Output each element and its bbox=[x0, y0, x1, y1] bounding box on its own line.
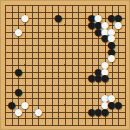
point-C13[interactable] bbox=[15, 42, 22, 49]
point-P5[interactable] bbox=[95, 95, 102, 102]
point-E18[interactable] bbox=[28, 8, 35, 15]
point-A18[interactable] bbox=[2, 8, 9, 15]
point-F7[interactable] bbox=[35, 82, 42, 89]
point-H7[interactable] bbox=[48, 82, 55, 89]
point-D3[interactable] bbox=[22, 108, 29, 115]
point-F14[interactable] bbox=[35, 35, 42, 42]
point-T3[interactable] bbox=[122, 108, 129, 115]
point-L18[interactable] bbox=[68, 8, 75, 15]
point-A19[interactable] bbox=[2, 2, 9, 9]
point-B10[interactable] bbox=[8, 62, 15, 69]
point-N8[interactable] bbox=[82, 75, 89, 82]
point-C3[interactable]: ● bbox=[15, 108, 22, 115]
point-T17[interactable] bbox=[122, 15, 129, 22]
point-S3[interactable] bbox=[115, 108, 122, 115]
point-G7[interactable] bbox=[42, 82, 49, 89]
point-K13[interactable] bbox=[62, 42, 69, 49]
point-H18[interactable] bbox=[48, 8, 55, 15]
point-N18[interactable] bbox=[82, 8, 89, 15]
point-O17[interactable]: ● bbox=[88, 15, 95, 22]
point-S11[interactable] bbox=[115, 55, 122, 62]
point-M14[interactable] bbox=[75, 35, 82, 42]
point-A9[interactable] bbox=[2, 68, 9, 75]
point-N9[interactable] bbox=[82, 68, 89, 75]
point-C4[interactable] bbox=[15, 102, 22, 109]
point-F8[interactable] bbox=[35, 75, 42, 82]
point-T6[interactable] bbox=[122, 88, 129, 95]
point-K15[interactable] bbox=[62, 28, 69, 35]
point-R17[interactable]: ● bbox=[108, 15, 115, 22]
point-T9[interactable] bbox=[122, 68, 129, 75]
point-P10[interactable] bbox=[95, 62, 102, 69]
point-H19[interactable] bbox=[48, 2, 55, 9]
point-P16[interactable]: ● bbox=[95, 22, 102, 29]
point-M16[interactable] bbox=[75, 22, 82, 29]
point-M1[interactable] bbox=[75, 122, 82, 129]
point-D6[interactable] bbox=[22, 88, 29, 95]
point-Q17[interactable] bbox=[102, 15, 109, 22]
point-C10[interactable] bbox=[15, 62, 22, 69]
point-H15[interactable] bbox=[48, 28, 55, 35]
point-E6[interactable] bbox=[28, 88, 35, 95]
point-L10[interactable] bbox=[68, 62, 75, 69]
point-H14[interactable] bbox=[48, 35, 55, 42]
point-P12[interactable] bbox=[95, 48, 102, 55]
point-Q16[interactable]: ● bbox=[102, 22, 109, 29]
point-O16[interactable]: ● bbox=[88, 22, 95, 29]
point-J1[interactable] bbox=[55, 122, 62, 129]
point-A7[interactable] bbox=[2, 82, 9, 89]
point-L16[interactable] bbox=[68, 22, 75, 29]
point-L17[interactable] bbox=[68, 15, 75, 22]
point-D2[interactable] bbox=[22, 115, 29, 122]
point-O13[interactable] bbox=[88, 42, 95, 49]
point-J9[interactable] bbox=[55, 68, 62, 75]
point-J13[interactable] bbox=[55, 42, 62, 49]
point-E15[interactable] bbox=[28, 28, 35, 35]
point-C1[interactable] bbox=[15, 122, 22, 129]
point-H9[interactable] bbox=[48, 68, 55, 75]
point-L6[interactable] bbox=[68, 88, 75, 95]
point-H12[interactable] bbox=[48, 48, 55, 55]
point-M9[interactable] bbox=[75, 68, 82, 75]
point-M7[interactable] bbox=[75, 82, 82, 89]
point-M12[interactable] bbox=[75, 48, 82, 55]
point-N16[interactable] bbox=[82, 22, 89, 29]
point-D17[interactable]: ● bbox=[22, 15, 29, 22]
point-R2[interactable] bbox=[108, 115, 115, 122]
point-Q11[interactable] bbox=[102, 55, 109, 62]
point-K16[interactable] bbox=[62, 22, 69, 29]
point-B8[interactable] bbox=[8, 75, 15, 82]
point-A5[interactable] bbox=[2, 95, 9, 102]
point-K14[interactable] bbox=[62, 35, 69, 42]
point-M8[interactable] bbox=[75, 75, 82, 82]
point-J5[interactable] bbox=[55, 95, 62, 102]
point-T14[interactable] bbox=[122, 35, 129, 42]
point-E10[interactable] bbox=[28, 62, 35, 69]
point-T1[interactable] bbox=[122, 122, 129, 129]
point-E3[interactable] bbox=[28, 108, 35, 115]
point-F6[interactable] bbox=[35, 88, 42, 95]
point-S2[interactable] bbox=[115, 115, 122, 122]
point-F9[interactable] bbox=[35, 68, 42, 75]
point-S7[interactable] bbox=[115, 82, 122, 89]
point-R13[interactable]: ● bbox=[108, 42, 115, 49]
point-G15[interactable] bbox=[42, 28, 49, 35]
point-C17[interactable] bbox=[15, 15, 22, 22]
point-R14[interactable]: ● bbox=[108, 35, 115, 42]
point-N3[interactable] bbox=[82, 108, 89, 115]
point-J3[interactable] bbox=[55, 108, 62, 115]
point-L13[interactable] bbox=[68, 42, 75, 49]
point-C8[interactable] bbox=[15, 75, 22, 82]
point-P3[interactable]: ● bbox=[95, 108, 102, 115]
point-A11[interactable] bbox=[2, 55, 9, 62]
point-T2[interactable] bbox=[122, 115, 129, 122]
point-A14[interactable] bbox=[2, 35, 9, 42]
point-L12[interactable] bbox=[68, 48, 75, 55]
point-D19[interactable] bbox=[22, 2, 29, 9]
point-K10[interactable] bbox=[62, 62, 69, 69]
point-K2[interactable] bbox=[62, 115, 69, 122]
point-N17[interactable] bbox=[82, 15, 89, 22]
point-E5[interactable] bbox=[28, 95, 35, 102]
point-M11[interactable] bbox=[75, 55, 82, 62]
point-J2[interactable] bbox=[55, 115, 62, 122]
point-L1[interactable] bbox=[68, 122, 75, 129]
point-O18[interactable] bbox=[88, 8, 95, 15]
point-Q14[interactable]: ● bbox=[102, 35, 109, 42]
point-G5[interactable] bbox=[42, 95, 49, 102]
point-F19[interactable] bbox=[35, 2, 42, 9]
point-L3[interactable] bbox=[68, 108, 75, 115]
point-O9[interactable] bbox=[88, 68, 95, 75]
point-K12[interactable] bbox=[62, 48, 69, 55]
point-Q5[interactable]: ● bbox=[102, 95, 109, 102]
point-T16[interactable] bbox=[122, 22, 129, 29]
point-K7[interactable] bbox=[62, 82, 69, 89]
point-A13[interactable] bbox=[2, 42, 9, 49]
point-L15[interactable] bbox=[68, 28, 75, 35]
point-H6[interactable] bbox=[48, 88, 55, 95]
point-A16[interactable] bbox=[2, 22, 9, 29]
point-T5[interactable] bbox=[122, 95, 129, 102]
point-O3[interactable]: ● bbox=[88, 108, 95, 115]
point-O14[interactable] bbox=[88, 35, 95, 42]
point-F18[interactable] bbox=[35, 8, 42, 15]
point-C19[interactable] bbox=[15, 2, 22, 9]
point-J6[interactable] bbox=[55, 88, 62, 95]
point-R4[interactable]: ● bbox=[108, 102, 115, 109]
point-S6[interactable] bbox=[115, 88, 122, 95]
point-F17[interactable] bbox=[35, 15, 42, 22]
point-O7[interactable] bbox=[88, 82, 95, 89]
point-A8[interactable] bbox=[2, 75, 9, 82]
point-J15[interactable] bbox=[55, 28, 62, 35]
point-M18[interactable] bbox=[75, 8, 82, 15]
point-E7[interactable] bbox=[28, 82, 35, 89]
point-M2[interactable] bbox=[75, 115, 82, 122]
point-S10[interactable] bbox=[115, 62, 122, 69]
point-E11[interactable] bbox=[28, 55, 35, 62]
point-K3[interactable] bbox=[62, 108, 69, 115]
point-N11[interactable] bbox=[82, 55, 89, 62]
point-J16[interactable] bbox=[55, 22, 62, 29]
point-E1[interactable] bbox=[28, 122, 35, 129]
point-R3[interactable] bbox=[108, 108, 115, 115]
point-J8[interactable] bbox=[55, 75, 62, 82]
point-N14[interactable] bbox=[82, 35, 89, 42]
point-R9[interactable] bbox=[108, 68, 115, 75]
point-M15[interactable] bbox=[75, 28, 82, 35]
point-D8[interactable] bbox=[22, 75, 29, 82]
point-O11[interactable] bbox=[88, 55, 95, 62]
point-A12[interactable] bbox=[2, 48, 9, 55]
point-K18[interactable] bbox=[62, 8, 69, 15]
point-A17[interactable] bbox=[2, 15, 9, 22]
point-H17[interactable] bbox=[48, 15, 55, 22]
point-G16[interactable] bbox=[42, 22, 49, 29]
point-L7[interactable] bbox=[68, 82, 75, 89]
point-B4[interactable]: ● bbox=[8, 102, 15, 109]
point-P2[interactable] bbox=[95, 115, 102, 122]
point-B12[interactable] bbox=[8, 48, 15, 55]
point-N12[interactable] bbox=[82, 48, 89, 55]
point-L19[interactable] bbox=[68, 2, 75, 9]
point-D7[interactable] bbox=[22, 82, 29, 89]
point-P18[interactable] bbox=[95, 8, 102, 15]
point-B7[interactable] bbox=[8, 82, 15, 89]
point-H11[interactable] bbox=[48, 55, 55, 62]
point-K9[interactable] bbox=[62, 68, 69, 75]
point-T4[interactable] bbox=[122, 102, 129, 109]
point-K11[interactable] bbox=[62, 55, 69, 62]
point-H5[interactable] bbox=[48, 95, 55, 102]
point-P7[interactable] bbox=[95, 82, 102, 89]
point-L8[interactable] bbox=[68, 75, 75, 82]
point-E19[interactable] bbox=[28, 2, 35, 9]
point-G12[interactable] bbox=[42, 48, 49, 55]
point-J19[interactable] bbox=[55, 2, 62, 9]
point-A2[interactable] bbox=[2, 115, 9, 122]
point-M5[interactable] bbox=[75, 95, 82, 102]
point-S1[interactable] bbox=[115, 122, 122, 129]
point-C9[interactable]: ● bbox=[15, 68, 22, 75]
point-F11[interactable] bbox=[35, 55, 42, 62]
point-B16[interactable] bbox=[8, 22, 15, 29]
point-J12[interactable] bbox=[55, 48, 62, 55]
point-Q18[interactable] bbox=[102, 8, 109, 15]
point-L5[interactable] bbox=[68, 95, 75, 102]
point-B13[interactable] bbox=[8, 42, 15, 49]
point-D11[interactable] bbox=[22, 55, 29, 62]
point-M6[interactable] bbox=[75, 88, 82, 95]
point-B2[interactable] bbox=[8, 115, 15, 122]
point-E4[interactable] bbox=[28, 102, 35, 109]
point-P4[interactable] bbox=[95, 102, 102, 109]
point-F3[interactable]: ● bbox=[35, 108, 42, 115]
point-N7[interactable] bbox=[82, 82, 89, 89]
point-G10[interactable] bbox=[42, 62, 49, 69]
point-Q9[interactable]: ● bbox=[102, 68, 109, 75]
point-K5[interactable] bbox=[62, 95, 69, 102]
point-M17[interactable] bbox=[75, 15, 82, 22]
point-N10[interactable] bbox=[82, 62, 89, 69]
point-H2[interactable] bbox=[48, 115, 55, 122]
point-H10[interactable] bbox=[48, 62, 55, 69]
point-Q7[interactable] bbox=[102, 82, 109, 89]
point-N19[interactable] bbox=[82, 2, 89, 9]
point-C12[interactable] bbox=[15, 48, 22, 55]
point-D14[interactable] bbox=[22, 35, 29, 42]
point-K1[interactable] bbox=[62, 122, 69, 129]
point-J4[interactable] bbox=[55, 102, 62, 109]
point-J14[interactable] bbox=[55, 35, 62, 42]
point-C11[interactable] bbox=[15, 55, 22, 62]
point-Q4[interactable]: ● bbox=[102, 102, 109, 109]
point-Q13[interactable] bbox=[102, 42, 109, 49]
point-R11[interactable]: ● bbox=[108, 55, 115, 62]
point-F16[interactable] bbox=[35, 22, 42, 29]
point-O5[interactable] bbox=[88, 95, 95, 102]
point-T18[interactable] bbox=[122, 8, 129, 15]
point-F1[interactable] bbox=[35, 122, 42, 129]
point-G17[interactable] bbox=[42, 15, 49, 22]
point-B14[interactable] bbox=[8, 35, 15, 42]
point-Q19[interactable] bbox=[102, 2, 109, 9]
point-N1[interactable] bbox=[82, 122, 89, 129]
point-A3[interactable] bbox=[2, 108, 9, 115]
point-S16[interactable]: ● bbox=[115, 22, 122, 29]
point-N4[interactable] bbox=[82, 102, 89, 109]
point-B11[interactable] bbox=[8, 55, 15, 62]
point-G2[interactable] bbox=[42, 115, 49, 122]
point-D13[interactable] bbox=[22, 42, 29, 49]
point-P11[interactable] bbox=[95, 55, 102, 62]
point-B1[interactable] bbox=[8, 122, 15, 129]
point-O4[interactable] bbox=[88, 102, 95, 109]
point-C6[interactable]: ● bbox=[15, 88, 22, 95]
point-K19[interactable] bbox=[62, 2, 69, 9]
point-G11[interactable] bbox=[42, 55, 49, 62]
point-N15[interactable] bbox=[82, 28, 89, 35]
point-D12[interactable] bbox=[22, 48, 29, 55]
point-G6[interactable] bbox=[42, 88, 49, 95]
point-B6[interactable] bbox=[8, 88, 15, 95]
point-P13[interactable] bbox=[95, 42, 102, 49]
point-Q15[interactable]: ● bbox=[102, 28, 109, 35]
point-B3[interactable] bbox=[8, 108, 15, 115]
point-F2[interactable] bbox=[35, 115, 42, 122]
point-R16[interactable] bbox=[108, 22, 115, 29]
point-B9[interactable] bbox=[8, 68, 15, 75]
point-R15[interactable]: ● bbox=[108, 28, 115, 35]
point-F15[interactable] bbox=[35, 28, 42, 35]
point-B5[interactable] bbox=[8, 95, 15, 102]
point-M4[interactable] bbox=[75, 102, 82, 109]
point-P14[interactable] bbox=[95, 35, 102, 42]
point-G18[interactable] bbox=[42, 8, 49, 15]
point-E17[interactable] bbox=[28, 15, 35, 22]
point-F10[interactable] bbox=[35, 62, 42, 69]
point-K8[interactable] bbox=[62, 75, 69, 82]
point-H13[interactable] bbox=[48, 42, 55, 49]
point-E8[interactable] bbox=[28, 75, 35, 82]
point-Q8[interactable]: ● bbox=[102, 75, 109, 82]
point-R1[interactable] bbox=[108, 122, 115, 129]
point-M19[interactable] bbox=[75, 2, 82, 9]
point-E9[interactable] bbox=[28, 68, 35, 75]
point-T10[interactable] bbox=[122, 62, 129, 69]
point-G14[interactable] bbox=[42, 35, 49, 42]
point-Q6[interactable] bbox=[102, 88, 109, 95]
point-H8[interactable] bbox=[48, 75, 55, 82]
point-H1[interactable] bbox=[48, 122, 55, 129]
point-L11[interactable] bbox=[68, 55, 75, 62]
point-K6[interactable] bbox=[62, 88, 69, 95]
point-B19[interactable] bbox=[8, 2, 15, 9]
point-J10[interactable] bbox=[55, 62, 62, 69]
point-J17[interactable]: ● bbox=[55, 15, 62, 22]
point-O2[interactable] bbox=[88, 115, 95, 122]
point-R19[interactable] bbox=[108, 2, 115, 9]
point-R6[interactable] bbox=[108, 88, 115, 95]
point-Q1[interactable] bbox=[102, 122, 109, 129]
point-H4[interactable] bbox=[48, 102, 55, 109]
point-C5[interactable] bbox=[15, 95, 22, 102]
point-F4[interactable] bbox=[35, 102, 42, 109]
point-N2[interactable] bbox=[82, 115, 89, 122]
point-O10[interactable] bbox=[88, 62, 95, 69]
point-R12[interactable]: ● bbox=[108, 48, 115, 55]
point-O6[interactable] bbox=[88, 88, 95, 95]
point-L2[interactable] bbox=[68, 115, 75, 122]
point-S18[interactable] bbox=[115, 8, 122, 15]
point-D15[interactable] bbox=[22, 28, 29, 35]
point-S15[interactable] bbox=[115, 28, 122, 35]
point-D5[interactable] bbox=[22, 95, 29, 102]
point-C14[interactable] bbox=[15, 35, 22, 42]
point-E12[interactable] bbox=[28, 48, 35, 55]
point-L4[interactable] bbox=[68, 102, 75, 109]
point-B18[interactable] bbox=[8, 8, 15, 15]
point-T13[interactable] bbox=[122, 42, 129, 49]
point-C16[interactable] bbox=[15, 22, 22, 29]
point-G3[interactable] bbox=[42, 108, 49, 115]
point-J11[interactable] bbox=[55, 55, 62, 62]
point-O12[interactable] bbox=[88, 48, 95, 55]
point-G13[interactable] bbox=[42, 42, 49, 49]
point-Q12[interactable] bbox=[102, 48, 109, 55]
point-C7[interactable] bbox=[15, 82, 22, 89]
point-J18[interactable] bbox=[55, 8, 62, 15]
point-D18[interactable] bbox=[22, 8, 29, 15]
point-R18[interactable] bbox=[108, 8, 115, 15]
point-M3[interactable] bbox=[75, 108, 82, 115]
point-R8[interactable] bbox=[108, 75, 115, 82]
point-S12[interactable] bbox=[115, 48, 122, 55]
point-A6[interactable] bbox=[2, 88, 9, 95]
point-T7[interactable] bbox=[122, 82, 129, 89]
point-A4[interactable] bbox=[2, 102, 9, 109]
point-S14[interactable] bbox=[115, 35, 122, 42]
point-P1[interactable] bbox=[95, 122, 102, 129]
point-G19[interactable] bbox=[42, 2, 49, 9]
point-P8[interactable]: ● bbox=[95, 75, 102, 82]
point-O19[interactable] bbox=[88, 2, 95, 9]
point-M10[interactable] bbox=[75, 62, 82, 69]
